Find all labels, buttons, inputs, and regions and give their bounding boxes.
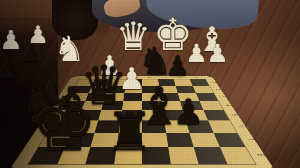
black-pawn[interactable]: ♟ xyxy=(0,58,19,82)
black-pawn[interactable]: ♟ xyxy=(164,52,191,79)
square-a6[interactable] xyxy=(208,120,237,132)
rank-label-3: 3 xyxy=(219,96,226,97)
square-a5[interactable] xyxy=(203,110,230,120)
chess-photo-scene: hgfedcba 12345678 ♚♛♝♞♟♟♟♟♚♜♛♝♝♞♞♟♟♟ ♟♟♟… xyxy=(0,0,300,168)
rank-label-8: 8 xyxy=(255,154,266,157)
rank-label-7: 7 xyxy=(245,138,255,141)
rank-label-4: 4 xyxy=(224,104,232,106)
file-label-a: a xyxy=(195,77,199,79)
square-a7[interactable] xyxy=(213,133,245,147)
rank-label-6: 6 xyxy=(237,125,246,127)
rank-label-5: 5 xyxy=(230,114,238,116)
black-king[interactable]: ♚ xyxy=(27,87,101,161)
black-rook[interactable]: ♜ xyxy=(103,105,156,158)
black-pawn[interactable]: ♟ xyxy=(20,43,42,65)
black-pawn[interactable]: ♟ xyxy=(171,95,206,130)
rank-label-1: 1 xyxy=(210,82,216,83)
rank-label-2: 2 xyxy=(214,89,221,90)
